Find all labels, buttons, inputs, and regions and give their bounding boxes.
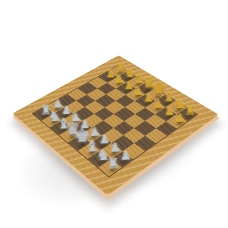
product-photo-chess-set: ♜♟♟♜♞♟♟♞♝♟♟♝♛♟♟♛♚♟♟♚♝♟♟♝♞♟♟♞♜♟♟♜ <box>0 0 228 228</box>
gold-pawn[interactable]: ♟ <box>172 112 188 124</box>
play-area: ♜♟♟♜♞♟♟♞♝♟♟♝♛♟♟♛♚♟♟♚♝♟♟♝♞♟♟♞♜♟♟♜ <box>32 65 199 177</box>
chess-board: ♜♟♟♜♞♟♟♞♝♟♟♝♛♟♟♛♚♟♟♚♝♟♟♝♞♟♟♞♜♟♟♜ <box>12 55 218 195</box>
scene: ♜♟♟♜♞♟♟♞♝♟♟♝♛♟♟♛♚♟♟♚♝♟♟♝♞♟♟♞♜♟♟♜ <box>0 0 228 228</box>
silver-rook[interactable]: ♜ <box>105 157 122 171</box>
